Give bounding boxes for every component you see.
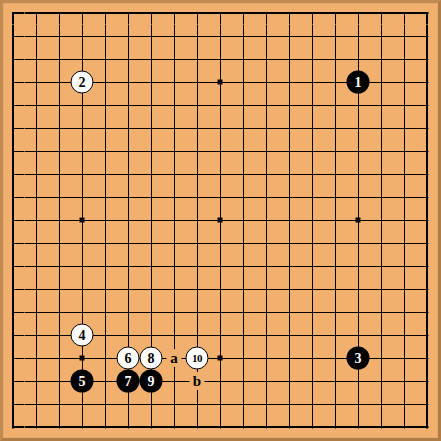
intersection xyxy=(117,163,140,186)
intersection xyxy=(232,209,255,232)
intersection xyxy=(278,278,301,301)
intersection xyxy=(278,416,301,439)
intersection xyxy=(140,163,163,186)
intersection xyxy=(232,2,255,25)
intersection xyxy=(186,48,209,71)
intersection xyxy=(2,324,25,347)
intersection xyxy=(347,278,370,301)
intersection xyxy=(370,255,393,278)
intersection xyxy=(48,140,71,163)
intersection xyxy=(94,94,117,117)
intersection xyxy=(71,347,94,370)
intersection xyxy=(370,71,393,94)
intersection xyxy=(71,301,94,324)
intersection xyxy=(25,278,48,301)
intersection xyxy=(186,232,209,255)
intersection xyxy=(71,186,94,209)
white-stone-8: 8 xyxy=(140,347,163,370)
intersection xyxy=(301,416,324,439)
intersection xyxy=(301,347,324,370)
intersection xyxy=(416,140,439,163)
intersection xyxy=(2,370,25,393)
intersection xyxy=(416,255,439,278)
intersection xyxy=(324,416,347,439)
intersection xyxy=(140,186,163,209)
intersection xyxy=(232,232,255,255)
intersection xyxy=(25,94,48,117)
intersection xyxy=(232,163,255,186)
intersection: 1 xyxy=(347,71,370,94)
intersection xyxy=(163,416,186,439)
intersection xyxy=(209,209,232,232)
intersection xyxy=(416,117,439,140)
intersection xyxy=(163,232,186,255)
intersection xyxy=(347,140,370,163)
intersection xyxy=(2,140,25,163)
intersection xyxy=(2,186,25,209)
intersection xyxy=(25,140,48,163)
intersection xyxy=(25,186,48,209)
intersection xyxy=(324,209,347,232)
intersection xyxy=(186,278,209,301)
intersection xyxy=(25,71,48,94)
intersection xyxy=(278,255,301,278)
intersection xyxy=(94,393,117,416)
intersection xyxy=(255,25,278,48)
intersection xyxy=(186,117,209,140)
intersection xyxy=(25,163,48,186)
intersection xyxy=(301,48,324,71)
white-stone-4: 4 xyxy=(71,324,94,347)
intersection xyxy=(278,347,301,370)
intersection xyxy=(255,163,278,186)
intersection xyxy=(255,117,278,140)
star-point xyxy=(80,356,85,361)
intersection xyxy=(370,416,393,439)
intersection xyxy=(255,347,278,370)
intersection xyxy=(186,393,209,416)
intersection xyxy=(255,278,278,301)
intersection xyxy=(347,2,370,25)
intersection xyxy=(347,25,370,48)
intersection xyxy=(25,48,48,71)
intersection xyxy=(370,25,393,48)
intersection xyxy=(117,393,140,416)
intersection xyxy=(301,301,324,324)
intersection xyxy=(278,140,301,163)
intersection xyxy=(370,209,393,232)
intersection xyxy=(209,278,232,301)
go-board: 21468a103579b xyxy=(0,0,441,441)
intersection xyxy=(232,71,255,94)
intersection xyxy=(393,370,416,393)
intersection xyxy=(278,393,301,416)
intersection xyxy=(94,71,117,94)
intersection xyxy=(370,393,393,416)
intersection: b xyxy=(186,370,209,393)
intersection xyxy=(163,393,186,416)
intersection xyxy=(232,278,255,301)
intersection xyxy=(25,393,48,416)
intersection xyxy=(186,71,209,94)
intersection xyxy=(347,163,370,186)
intersection xyxy=(2,25,25,48)
intersection xyxy=(416,393,439,416)
intersection xyxy=(324,25,347,48)
intersection xyxy=(232,255,255,278)
intersection xyxy=(324,255,347,278)
intersection xyxy=(416,232,439,255)
intersection: a xyxy=(163,347,186,370)
intersection xyxy=(370,117,393,140)
intersection xyxy=(255,2,278,25)
intersection xyxy=(71,255,94,278)
intersection xyxy=(48,416,71,439)
intersection xyxy=(94,370,117,393)
intersection xyxy=(255,232,278,255)
intersection xyxy=(25,347,48,370)
intersection xyxy=(25,2,48,25)
intersection xyxy=(301,278,324,301)
intersection xyxy=(117,94,140,117)
intersection xyxy=(324,347,347,370)
intersection xyxy=(370,278,393,301)
intersection xyxy=(117,2,140,25)
intersection xyxy=(117,117,140,140)
intersection xyxy=(117,25,140,48)
intersection xyxy=(232,301,255,324)
intersection xyxy=(163,140,186,163)
intersection xyxy=(393,324,416,347)
intersection xyxy=(347,324,370,347)
intersection xyxy=(2,255,25,278)
intersection xyxy=(117,255,140,278)
intersection xyxy=(94,255,117,278)
black-stone-5: 5 xyxy=(71,370,94,393)
intersection xyxy=(94,232,117,255)
intersection xyxy=(301,324,324,347)
intersection xyxy=(186,163,209,186)
intersection xyxy=(117,232,140,255)
intersection xyxy=(301,209,324,232)
intersection xyxy=(71,94,94,117)
intersection xyxy=(117,48,140,71)
intersection xyxy=(393,186,416,209)
intersection xyxy=(416,324,439,347)
intersection xyxy=(209,370,232,393)
intersection xyxy=(209,324,232,347)
intersection xyxy=(278,324,301,347)
intersection xyxy=(186,186,209,209)
intersection xyxy=(347,209,370,232)
intersection: 7 xyxy=(117,370,140,393)
intersection xyxy=(209,416,232,439)
intersection xyxy=(232,117,255,140)
intersection xyxy=(416,209,439,232)
intersection xyxy=(117,71,140,94)
intersection xyxy=(48,163,71,186)
intersection xyxy=(163,278,186,301)
intersection xyxy=(186,416,209,439)
intersection xyxy=(393,163,416,186)
intersection xyxy=(393,301,416,324)
intersection xyxy=(232,25,255,48)
intersection: 2 xyxy=(71,71,94,94)
intersection xyxy=(370,163,393,186)
intersection xyxy=(48,301,71,324)
intersection xyxy=(393,25,416,48)
intersection xyxy=(416,301,439,324)
intersection xyxy=(347,255,370,278)
intersection xyxy=(255,301,278,324)
intersection xyxy=(209,163,232,186)
intersection xyxy=(2,393,25,416)
intersection xyxy=(25,25,48,48)
intersection xyxy=(48,347,71,370)
intersection xyxy=(209,393,232,416)
intersection xyxy=(48,94,71,117)
intersection xyxy=(48,48,71,71)
intersection xyxy=(117,140,140,163)
intersection xyxy=(393,209,416,232)
intersection xyxy=(232,48,255,71)
intersection xyxy=(186,140,209,163)
intersection xyxy=(140,94,163,117)
intersection xyxy=(278,94,301,117)
intersection xyxy=(324,71,347,94)
intersection xyxy=(278,301,301,324)
intersection xyxy=(140,255,163,278)
intersection xyxy=(324,2,347,25)
intersection xyxy=(140,209,163,232)
intersection xyxy=(370,140,393,163)
intersection xyxy=(2,117,25,140)
intersection xyxy=(324,324,347,347)
intersection xyxy=(416,71,439,94)
intersection xyxy=(25,370,48,393)
intersection xyxy=(71,48,94,71)
black-stone-9: 9 xyxy=(140,370,163,393)
intersection xyxy=(94,301,117,324)
intersection: 8 xyxy=(140,347,163,370)
intersection xyxy=(48,209,71,232)
intersection xyxy=(2,94,25,117)
intersection xyxy=(255,324,278,347)
intersection xyxy=(2,301,25,324)
intersection xyxy=(393,117,416,140)
intersection xyxy=(416,94,439,117)
intersection xyxy=(393,416,416,439)
intersection xyxy=(255,48,278,71)
star-point xyxy=(356,218,361,223)
star-point xyxy=(218,80,223,85)
intersection xyxy=(416,25,439,48)
intersection xyxy=(347,370,370,393)
intersection xyxy=(393,347,416,370)
intersection xyxy=(416,347,439,370)
intersection xyxy=(278,117,301,140)
intersection xyxy=(140,140,163,163)
intersection xyxy=(48,186,71,209)
intersection: 3 xyxy=(347,347,370,370)
intersection xyxy=(71,416,94,439)
intersection xyxy=(186,209,209,232)
intersection xyxy=(2,2,25,25)
intersection xyxy=(324,140,347,163)
intersection xyxy=(324,117,347,140)
point-label-b: b xyxy=(190,372,205,390)
intersection xyxy=(71,209,94,232)
intersection xyxy=(278,186,301,209)
intersection xyxy=(186,25,209,48)
intersection xyxy=(163,2,186,25)
intersection xyxy=(255,94,278,117)
intersection xyxy=(370,347,393,370)
intersection xyxy=(48,25,71,48)
intersection xyxy=(347,416,370,439)
intersection xyxy=(140,71,163,94)
intersection xyxy=(209,48,232,71)
intersection xyxy=(301,94,324,117)
intersection xyxy=(209,347,232,370)
intersection xyxy=(232,324,255,347)
intersection xyxy=(370,186,393,209)
intersection xyxy=(186,2,209,25)
intersection xyxy=(94,2,117,25)
intersection xyxy=(94,209,117,232)
intersection xyxy=(140,324,163,347)
intersection xyxy=(301,255,324,278)
intersection: 4 xyxy=(71,324,94,347)
intersection xyxy=(232,347,255,370)
intersection xyxy=(255,370,278,393)
intersection: 5 xyxy=(71,370,94,393)
intersection xyxy=(2,48,25,71)
intersection xyxy=(186,94,209,117)
intersection xyxy=(48,232,71,255)
intersection xyxy=(416,163,439,186)
intersection xyxy=(48,2,71,25)
intersection xyxy=(163,255,186,278)
intersection xyxy=(48,393,71,416)
intersection xyxy=(94,48,117,71)
intersection xyxy=(186,324,209,347)
intersection xyxy=(278,209,301,232)
intersection xyxy=(140,278,163,301)
intersection xyxy=(209,186,232,209)
intersection xyxy=(232,140,255,163)
intersection xyxy=(94,416,117,439)
intersection xyxy=(324,393,347,416)
intersection xyxy=(48,370,71,393)
intersection xyxy=(278,370,301,393)
intersection xyxy=(48,255,71,278)
intersection xyxy=(255,255,278,278)
intersection xyxy=(232,186,255,209)
intersection xyxy=(324,232,347,255)
star-point xyxy=(218,356,223,361)
intersection xyxy=(25,301,48,324)
intersection xyxy=(2,416,25,439)
intersection xyxy=(347,393,370,416)
intersection xyxy=(163,301,186,324)
intersection: 10 xyxy=(186,347,209,370)
intersection xyxy=(278,48,301,71)
intersection xyxy=(117,324,140,347)
black-stone-1: 1 xyxy=(347,71,370,94)
intersection: 9 xyxy=(140,370,163,393)
intersection xyxy=(209,255,232,278)
intersection xyxy=(163,48,186,71)
intersection xyxy=(416,278,439,301)
intersection xyxy=(140,117,163,140)
intersection xyxy=(117,209,140,232)
intersection xyxy=(71,2,94,25)
intersection xyxy=(393,393,416,416)
intersection xyxy=(209,301,232,324)
intersection xyxy=(393,94,416,117)
intersection xyxy=(301,232,324,255)
intersection xyxy=(416,48,439,71)
intersection xyxy=(71,163,94,186)
intersection xyxy=(163,209,186,232)
intersection xyxy=(232,416,255,439)
intersection xyxy=(370,232,393,255)
intersection xyxy=(117,186,140,209)
intersection xyxy=(25,232,48,255)
intersection xyxy=(209,94,232,117)
intersection xyxy=(370,2,393,25)
intersection xyxy=(301,140,324,163)
intersection xyxy=(209,25,232,48)
intersection xyxy=(2,232,25,255)
intersection xyxy=(416,2,439,25)
intersection xyxy=(94,163,117,186)
intersection xyxy=(370,324,393,347)
intersection xyxy=(140,393,163,416)
intersection xyxy=(163,186,186,209)
intersection xyxy=(278,25,301,48)
intersection xyxy=(301,393,324,416)
intersection xyxy=(94,117,117,140)
intersection xyxy=(48,117,71,140)
star-point xyxy=(80,218,85,223)
intersection xyxy=(301,25,324,48)
intersection xyxy=(393,71,416,94)
intersection xyxy=(370,94,393,117)
intersection xyxy=(347,301,370,324)
intersection xyxy=(2,71,25,94)
intersection xyxy=(163,94,186,117)
intersection xyxy=(71,232,94,255)
intersection xyxy=(2,347,25,370)
intersection xyxy=(255,71,278,94)
intersection xyxy=(301,71,324,94)
black-stone-7: 7 xyxy=(117,370,140,393)
intersection xyxy=(301,117,324,140)
black-stone-3: 3 xyxy=(347,347,370,370)
intersection xyxy=(117,278,140,301)
board-grid: 21468a103579b xyxy=(2,2,439,439)
intersection xyxy=(278,2,301,25)
white-stone-6: 6 xyxy=(117,347,140,370)
intersection xyxy=(117,301,140,324)
intersection xyxy=(370,301,393,324)
point-label-a: a xyxy=(167,349,182,367)
intersection xyxy=(186,301,209,324)
intersection xyxy=(255,209,278,232)
intersection xyxy=(71,393,94,416)
